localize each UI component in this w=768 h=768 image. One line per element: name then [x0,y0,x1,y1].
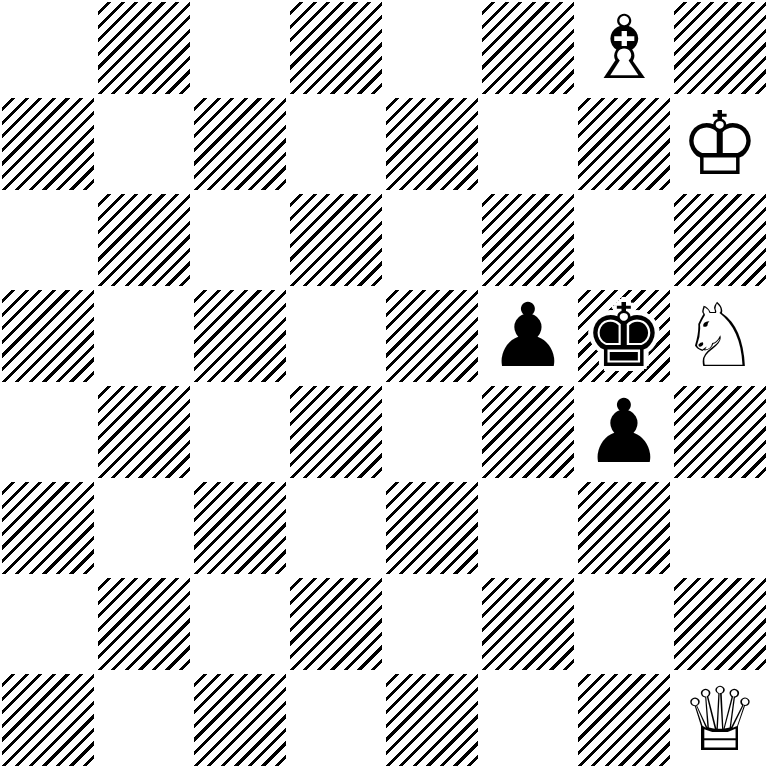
square-h6[interactable] [672,192,768,288]
square-d7[interactable] [288,96,384,192]
square-d4[interactable] [288,384,384,480]
square-c4[interactable] [192,384,288,480]
square-c5[interactable] [192,288,288,384]
square-b5[interactable] [96,288,192,384]
square-h5[interactable]: ♘ [672,288,768,384]
white-knight[interactable]: ♘ [681,288,760,384]
black-pawn[interactable]: ♟ [585,384,664,480]
square-d1[interactable] [288,672,384,768]
square-b1[interactable] [96,672,192,768]
square-b8[interactable] [96,0,192,96]
square-e7[interactable] [384,96,480,192]
square-f4[interactable] [480,384,576,480]
square-f3[interactable] [480,480,576,576]
square-b3[interactable] [96,480,192,576]
square-f2[interactable] [480,576,576,672]
white-king[interactable]: ♔ [681,96,760,192]
square-b6[interactable] [96,192,192,288]
square-g3[interactable] [576,480,672,576]
square-g5[interactable]: ♚ [576,288,672,384]
square-c7[interactable] [192,96,288,192]
square-a6[interactable] [0,192,96,288]
square-b2[interactable] [96,576,192,672]
square-f7[interactable] [480,96,576,192]
square-h3[interactable] [672,480,768,576]
black-king[interactable]: ♚ [585,288,664,384]
white-bishop[interactable]: ♗ [585,0,664,96]
square-e4[interactable] [384,384,480,480]
square-b4[interactable] [96,384,192,480]
square-d3[interactable] [288,480,384,576]
square-g8[interactable]: ♗ [576,0,672,96]
square-g4[interactable]: ♟ [576,384,672,480]
square-g7[interactable] [576,96,672,192]
square-f1[interactable] [480,672,576,768]
square-e2[interactable] [384,576,480,672]
square-a5[interactable] [0,288,96,384]
square-d5[interactable] [288,288,384,384]
square-h2[interactable] [672,576,768,672]
square-g1[interactable] [576,672,672,768]
square-a8[interactable] [0,0,96,96]
square-h4[interactable] [672,384,768,480]
square-c6[interactable] [192,192,288,288]
square-a7[interactable] [0,96,96,192]
square-h1[interactable]: ♕ [672,672,768,768]
white-queen[interactable]: ♕ [681,672,760,768]
square-d6[interactable] [288,192,384,288]
square-e5[interactable] [384,288,480,384]
square-c8[interactable] [192,0,288,96]
square-a4[interactable] [0,384,96,480]
black-pawn[interactable]: ♟ [489,288,568,384]
square-d8[interactable] [288,0,384,96]
square-c2[interactable] [192,576,288,672]
square-h8[interactable] [672,0,768,96]
square-h7[interactable]: ♔ [672,96,768,192]
square-a3[interactable] [0,480,96,576]
square-f8[interactable] [480,0,576,96]
square-e6[interactable] [384,192,480,288]
square-f5[interactable]: ♟ [480,288,576,384]
square-b7[interactable] [96,96,192,192]
square-d2[interactable] [288,576,384,672]
square-g2[interactable] [576,576,672,672]
square-g6[interactable] [576,192,672,288]
square-c1[interactable] [192,672,288,768]
square-e3[interactable] [384,480,480,576]
square-e1[interactable] [384,672,480,768]
square-c3[interactable] [192,480,288,576]
square-e8[interactable] [384,0,480,96]
square-a2[interactable] [0,576,96,672]
square-f6[interactable] [480,192,576,288]
square-a1[interactable] [0,672,96,768]
chess-board: ♗♔♟♚♘♟♕ [0,0,768,768]
